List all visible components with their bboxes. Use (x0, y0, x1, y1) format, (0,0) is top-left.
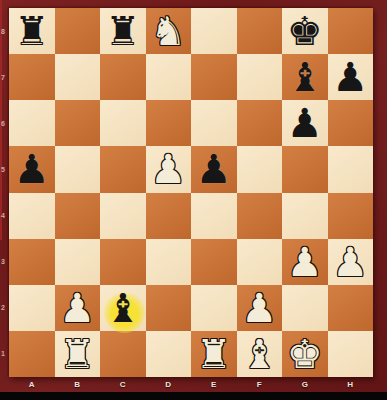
piece-black-rook[interactable]: ♜ (100, 8, 146, 54)
chess-board: ♜♜♞♚♝♟♟♟♟♟♟♟♟♝♟♜♜♝♚ (9, 8, 373, 377)
piece-black-rook[interactable]: ♜ (9, 8, 55, 54)
square-f8[interactable] (237, 8, 283, 54)
rank-label-2: 2 (0, 285, 9, 331)
piece-white-knight[interactable]: ♞ (146, 8, 192, 54)
square-f6[interactable] (237, 100, 283, 146)
square-g3[interactable]: ♟ (282, 239, 328, 285)
square-d8[interactable]: ♞ (146, 8, 192, 54)
piece-black-pawn[interactable]: ♟ (191, 146, 237, 192)
piece-white-pawn[interactable]: ♟ (237, 285, 283, 331)
square-g1[interactable]: ♚ (282, 331, 328, 377)
piece-black-bishop[interactable]: ♝ (100, 285, 146, 331)
square-c2[interactable]: ♝ (100, 285, 146, 331)
rank-label-4: 4 (0, 193, 9, 239)
file-labels: ABCDEFGH (9, 377, 373, 392)
file-label-a: A (9, 377, 55, 392)
square-c4[interactable] (100, 193, 146, 239)
piece-white-rook[interactable]: ♜ (191, 331, 237, 377)
square-e5[interactable]: ♟ (191, 146, 237, 192)
square-h2[interactable] (328, 285, 374, 331)
file-label-c: C (100, 377, 146, 392)
file-label-e: E (191, 377, 237, 392)
square-d7[interactable] (146, 54, 192, 100)
square-a6[interactable] (9, 100, 55, 146)
square-a5[interactable]: ♟ (9, 146, 55, 192)
file-label-h: H (328, 377, 374, 392)
square-g4[interactable] (282, 193, 328, 239)
piece-white-pawn[interactable]: ♟ (146, 146, 192, 192)
square-b5[interactable] (55, 146, 101, 192)
square-c5[interactable] (100, 146, 146, 192)
square-g5[interactable] (282, 146, 328, 192)
square-b6[interactable] (55, 100, 101, 146)
square-d5[interactable]: ♟ (146, 146, 192, 192)
square-f4[interactable] (237, 193, 283, 239)
piece-white-pawn[interactable]: ♟ (328, 239, 374, 285)
square-a1[interactable] (9, 331, 55, 377)
square-h5[interactable] (328, 146, 374, 192)
square-f1[interactable]: ♝ (237, 331, 283, 377)
square-g2[interactable] (282, 285, 328, 331)
square-h8[interactable] (328, 8, 374, 54)
piece-white-bishop[interactable]: ♝ (237, 331, 283, 377)
square-g7[interactable]: ♝ (282, 54, 328, 100)
square-g6[interactable]: ♟ (282, 100, 328, 146)
rank-labels: 87654321 (0, 8, 9, 377)
piece-white-king[interactable]: ♚ (282, 331, 328, 377)
rank-label-7: 7 (0, 54, 9, 100)
square-g8[interactable]: ♚ (282, 8, 328, 54)
square-e4[interactable] (191, 193, 237, 239)
piece-black-bishop[interactable]: ♝ (282, 54, 328, 100)
square-b3[interactable] (55, 239, 101, 285)
piece-black-pawn[interactable]: ♟ (282, 100, 328, 146)
square-h3[interactable]: ♟ (328, 239, 374, 285)
square-a8[interactable]: ♜ (9, 8, 55, 54)
square-c6[interactable] (100, 100, 146, 146)
rank-label-5: 5 (0, 146, 9, 192)
square-a7[interactable] (9, 54, 55, 100)
square-b4[interactable] (55, 193, 101, 239)
rank-label-3: 3 (0, 239, 9, 285)
file-label-f: F (237, 377, 283, 392)
piece-white-rook[interactable]: ♜ (55, 331, 101, 377)
piece-white-pawn[interactable]: ♟ (55, 285, 101, 331)
square-e3[interactable] (191, 239, 237, 285)
square-h7[interactable]: ♟ (328, 54, 374, 100)
square-d6[interactable] (146, 100, 192, 146)
rank-label-1: 1 (0, 331, 9, 377)
square-f5[interactable] (237, 146, 283, 192)
square-e6[interactable] (191, 100, 237, 146)
piece-black-pawn[interactable]: ♟ (9, 146, 55, 192)
square-a4[interactable] (9, 193, 55, 239)
square-f2[interactable]: ♟ (237, 285, 283, 331)
file-label-g: G (282, 377, 328, 392)
square-c1[interactable] (100, 331, 146, 377)
square-c3[interactable] (100, 239, 146, 285)
square-c8[interactable]: ♜ (100, 8, 146, 54)
piece-black-pawn[interactable]: ♟ (328, 54, 374, 100)
square-a3[interactable] (9, 239, 55, 285)
square-e8[interactable] (191, 8, 237, 54)
square-f7[interactable] (237, 54, 283, 100)
square-e2[interactable] (191, 285, 237, 331)
square-c7[interactable] (100, 54, 146, 100)
square-d1[interactable] (146, 331, 192, 377)
square-e1[interactable]: ♜ (191, 331, 237, 377)
chess-board-frame: ♜♜♞♚♝♟♟♟♟♟♟♟♟♝♟♜♜♝♚ 87654321 ABCDEFGH (0, 0, 387, 400)
square-h6[interactable] (328, 100, 374, 146)
square-b8[interactable] (55, 8, 101, 54)
file-label-d: D (146, 377, 192, 392)
piece-white-pawn[interactable]: ♟ (282, 239, 328, 285)
rank-label-6: 6 (0, 100, 9, 146)
file-label-b: B (55, 377, 101, 392)
square-e7[interactable] (191, 54, 237, 100)
square-d4[interactable] (146, 193, 192, 239)
square-b7[interactable] (55, 54, 101, 100)
square-b1[interactable]: ♜ (55, 331, 101, 377)
square-b2[interactable]: ♟ (55, 285, 101, 331)
square-h1[interactable] (328, 331, 374, 377)
square-h4[interactable] (328, 193, 374, 239)
square-a2[interactable] (9, 285, 55, 331)
square-d3[interactable] (146, 239, 192, 285)
rank-label-8: 8 (0, 8, 9, 54)
square-f3[interactable] (237, 239, 283, 285)
piece-black-king[interactable]: ♚ (282, 8, 328, 54)
square-d2[interactable] (146, 285, 192, 331)
bottom-black-bar (0, 392, 387, 400)
